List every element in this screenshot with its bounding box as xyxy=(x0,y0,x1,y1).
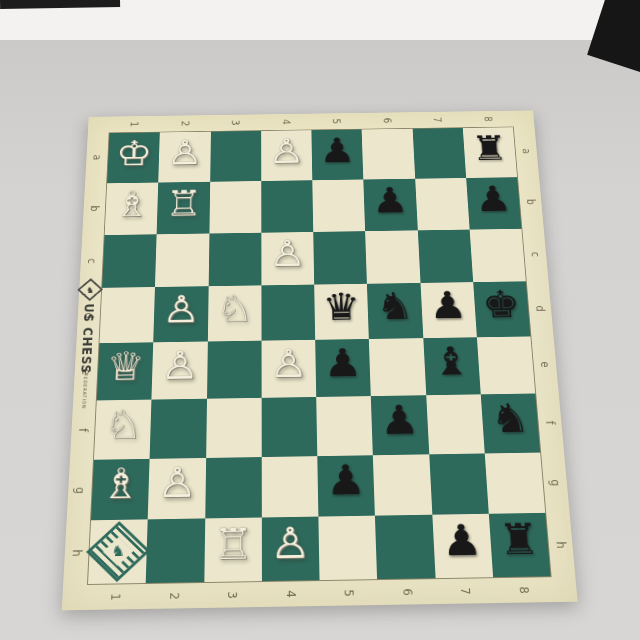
square-c6[interactable] xyxy=(365,230,420,284)
square-a1[interactable]: ♔ xyxy=(107,132,160,183)
white-pawn-c4[interactable]: ♙ xyxy=(269,235,307,272)
square-b1[interactable]: ♗ xyxy=(105,182,159,234)
black-pawn-f6[interactable]: ♟ xyxy=(379,399,420,439)
white-bishop-g1[interactable]: ♗ xyxy=(100,463,141,505)
square-a7[interactable] xyxy=(412,128,466,179)
square-c7[interactable] xyxy=(417,229,473,283)
square-f8[interactable]: ♞ xyxy=(481,393,541,453)
photo-background: 12345678 12345678 abcdefgh abcdefgh ♔♙♙♟… xyxy=(0,0,640,640)
corner-knight-diamond-logo: ♞ xyxy=(88,520,148,584)
square-e2[interactable]: ♙ xyxy=(152,341,208,399)
square-d6[interactable]: ♞ xyxy=(367,283,423,339)
square-f7[interactable] xyxy=(426,394,485,454)
square-h4[interactable]: ♙ xyxy=(262,517,320,581)
coord-left-b: b xyxy=(64,199,109,218)
square-e3[interactable] xyxy=(207,341,262,399)
square-f2[interactable] xyxy=(150,398,207,458)
black-rook-h8[interactable]: ♜ xyxy=(497,518,541,561)
square-c2[interactable] xyxy=(155,233,209,287)
square-e5[interactable]: ♟ xyxy=(315,339,371,397)
square-d7[interactable]: ♟ xyxy=(420,282,477,338)
us-chess-logo-icon: ♞ xyxy=(77,278,103,301)
square-a4[interactable]: ♙ xyxy=(261,130,312,181)
white-pawn-d2[interactable]: ♙ xyxy=(162,290,201,328)
square-g1[interactable]: ♗ xyxy=(91,458,150,520)
square-g2[interactable]: ♙ xyxy=(148,458,206,520)
square-a3[interactable] xyxy=(210,131,261,182)
black-king-d8[interactable]: ♚ xyxy=(481,286,522,324)
us-chess-logo-text: US CHESS xyxy=(78,303,96,374)
square-a2[interactable]: ♙ xyxy=(158,132,210,183)
white-pawn-a2[interactable]: ♙ xyxy=(166,135,203,169)
white-pawn-g2[interactable]: ♙ xyxy=(157,462,198,504)
square-b8[interactable]: ♟ xyxy=(466,177,521,229)
black-pawn-a5[interactable]: ♟ xyxy=(319,133,356,167)
white-knight-d3[interactable]: ♘ xyxy=(215,290,253,328)
us-chess-logo-subtext: FEDERATION xyxy=(81,374,88,410)
square-h6[interactable] xyxy=(375,515,435,579)
square-e4[interactable]: ♙ xyxy=(261,340,316,398)
black-bishop-e7[interactable]: ♝ xyxy=(431,341,472,380)
black-knight-f8[interactable]: ♞ xyxy=(489,398,531,438)
square-e1[interactable]: ♕ xyxy=(97,342,154,400)
square-d2[interactable]: ♙ xyxy=(153,286,208,342)
white-pawn-a4[interactable]: ♙ xyxy=(268,134,304,168)
square-c8[interactable] xyxy=(469,228,525,282)
square-f4[interactable] xyxy=(261,397,317,457)
square-b7[interactable] xyxy=(415,178,470,230)
black-knight-d6[interactable]: ♞ xyxy=(375,287,414,325)
square-b3[interactable] xyxy=(209,181,261,233)
black-pawn-b8[interactable]: ♟ xyxy=(474,181,513,216)
black-rook-a8[interactable]: ♜ xyxy=(470,131,508,165)
coord-left-c: c xyxy=(63,251,109,271)
black-pawn-d7[interactable]: ♟ xyxy=(428,286,468,324)
square-b2[interactable]: ♖ xyxy=(157,182,210,234)
square-f1[interactable]: ♘ xyxy=(94,399,152,459)
white-pawn-e2[interactable]: ♙ xyxy=(160,346,199,385)
white-queen-e1[interactable]: ♕ xyxy=(105,346,145,385)
square-f6[interactable]: ♟ xyxy=(371,395,429,455)
square-e7[interactable]: ♝ xyxy=(423,337,481,395)
square-b5[interactable] xyxy=(312,179,365,231)
square-b4[interactable] xyxy=(261,180,313,232)
square-d5[interactable]: ♛ xyxy=(314,284,369,340)
square-e8[interactable] xyxy=(477,336,536,394)
square-c4[interactable]: ♙ xyxy=(261,232,314,286)
square-h8[interactable]: ♜ xyxy=(489,513,551,577)
square-a6[interactable] xyxy=(362,129,415,180)
white-bishop-b1[interactable]: ♗ xyxy=(113,186,151,221)
square-h7[interactable]: ♟ xyxy=(432,514,493,578)
square-d8[interactable]: ♚ xyxy=(473,282,530,338)
square-a8[interactable]: ♜ xyxy=(463,127,518,178)
square-e6[interactable] xyxy=(369,338,426,396)
square-c3[interactable] xyxy=(208,232,261,286)
white-rook-h3[interactable]: ♖ xyxy=(212,522,253,566)
white-rook-b2[interactable]: ♖ xyxy=(165,185,202,220)
square-f5[interactable] xyxy=(316,396,373,456)
coord-top-1: 1 xyxy=(124,111,145,133)
square-c5[interactable] xyxy=(313,231,367,285)
board-grid: ♔♙♙♟♜♗♖♟♟♙♙♘♛♞♟♚♕♙♙♟♝♘♟♞♗♙♟♞♖♙♟♜ xyxy=(87,127,552,585)
coord-bottom-4: 4 xyxy=(277,577,303,610)
square-d1[interactable] xyxy=(99,287,155,343)
coord-bottom-5: 5 xyxy=(335,577,362,610)
coord-bottom-7: 7 xyxy=(451,577,480,610)
coord-bottom-3: 3 xyxy=(219,577,245,610)
square-g8[interactable] xyxy=(484,452,545,514)
black-pawn-g5[interactable]: ♟ xyxy=(326,459,367,501)
black-pawn-e5[interactable]: ♟ xyxy=(323,343,362,382)
coord-top-3: 3 xyxy=(226,111,245,133)
square-g6[interactable] xyxy=(373,454,432,516)
square-c1[interactable] xyxy=(102,234,157,288)
square-h3[interactable]: ♖ xyxy=(204,518,262,582)
coord-bottom-6: 6 xyxy=(393,577,421,610)
coord-right-b: b xyxy=(514,192,562,211)
coord-left-a: a xyxy=(67,148,109,167)
coord-top-4: 4 xyxy=(276,111,295,133)
black-queen-d5[interactable]: ♛ xyxy=(322,288,361,326)
white-pawn-e4[interactable]: ♙ xyxy=(269,344,308,383)
coord-top-2: 2 xyxy=(175,111,195,133)
square-h1[interactable]: ♞ xyxy=(88,520,148,584)
square-h5[interactable] xyxy=(318,516,377,580)
white-king-a1[interactable]: ♔ xyxy=(115,136,152,170)
square-d4[interactable] xyxy=(261,285,315,341)
black-pawn-h7[interactable]: ♟ xyxy=(440,519,483,562)
square-g4[interactable] xyxy=(261,456,318,518)
square-f3[interactable] xyxy=(206,398,262,458)
white-knight-f1[interactable]: ♘ xyxy=(103,404,144,445)
square-g5[interactable]: ♟ xyxy=(317,455,375,517)
square-a5[interactable]: ♟ xyxy=(311,129,363,180)
square-d3[interactable]: ♘ xyxy=(207,286,261,342)
coord-bottom-8: 8 xyxy=(509,577,539,610)
square-g3[interactable] xyxy=(205,457,262,519)
square-b6[interactable]: ♟ xyxy=(364,179,418,231)
square-h2[interactable] xyxy=(146,519,205,583)
square-g7[interactable] xyxy=(429,453,489,515)
board-perspective-wrapper: 12345678 12345678 abcdefgh abcdefgh ♔♙♙♟… xyxy=(62,110,578,610)
white-pawn-h4[interactable]: ♙ xyxy=(270,521,311,565)
vinyl-board: 12345678 12345678 abcdefgh abcdefgh ♔♙♙♟… xyxy=(62,110,578,610)
coord-right-a: a xyxy=(514,142,557,160)
black-pawn-b6[interactable]: ♟ xyxy=(371,182,409,217)
